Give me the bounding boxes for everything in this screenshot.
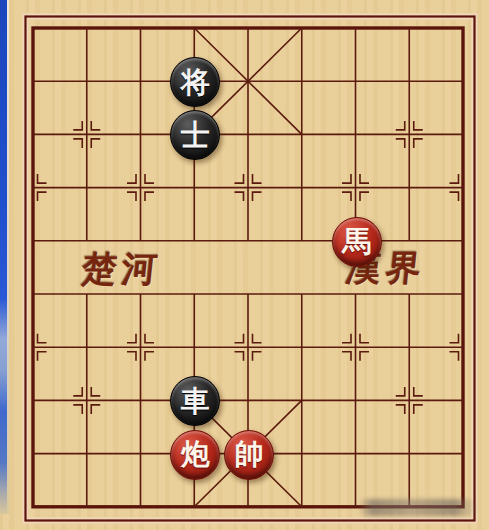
red-horse[interactable]: 馬: [332, 217, 382, 267]
watermark-blur: [358, 499, 476, 516]
red-cannon[interactable]: 炮: [170, 430, 220, 480]
red-general[interactable]: 帥: [224, 430, 274, 480]
xiangqi-app-screen: 楚河 漢界 将士馬車炮帥: [0, 0, 489, 530]
river-label-chu-he: 楚河: [80, 246, 165, 293]
